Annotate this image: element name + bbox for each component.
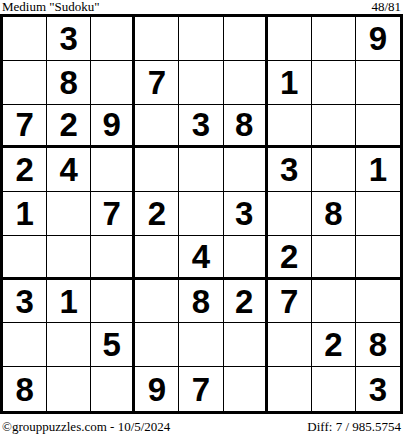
- cell-r6c9[interactable]: [356, 236, 400, 280]
- cell-r6c5: 4: [179, 236, 223, 280]
- cell-r3c3: 9: [91, 105, 135, 149]
- cell-r1c8[interactable]: [312, 17, 356, 61]
- cell-r9c9: 3: [356, 367, 400, 411]
- cell-r4c9: 1: [356, 148, 400, 192]
- cell-r3c7[interactable]: [268, 105, 312, 149]
- difficulty-value: Diff: 7 / 985.5754: [307, 420, 401, 434]
- cell-r8c1[interactable]: [3, 323, 47, 367]
- cell-counter: 48/81: [371, 0, 401, 13]
- cell-r2c4: 7: [135, 61, 179, 105]
- cell-r8c4[interactable]: [135, 323, 179, 367]
- cell-r8c9: 8: [356, 323, 400, 367]
- cell-r4c5[interactable]: [179, 148, 223, 192]
- cell-r1c7[interactable]: [268, 17, 312, 61]
- sudoku-board: 398717293824311723842318275288973: [0, 14, 403, 414]
- cell-r1c1[interactable]: [3, 17, 47, 61]
- cell-r8c8: 2: [312, 323, 356, 367]
- cell-r4c3[interactable]: [91, 148, 135, 192]
- sudoku-page: Medium "Sudoku" 48/81 398717293824311723…: [0, 0, 403, 437]
- cell-r5c2[interactable]: [47, 192, 91, 236]
- cell-r1c6[interactable]: [224, 17, 268, 61]
- cell-r5c9[interactable]: [356, 192, 400, 236]
- cell-r6c6[interactable]: [224, 236, 268, 280]
- cell-r4c7: 3: [268, 148, 312, 192]
- cell-r3c8[interactable]: [312, 105, 356, 149]
- cell-r2c5[interactable]: [179, 61, 223, 105]
- cell-r1c2: 3: [47, 17, 91, 61]
- cell-r5c1: 1: [3, 192, 47, 236]
- cell-r7c4[interactable]: [135, 280, 179, 324]
- cell-r5c5[interactable]: [179, 192, 223, 236]
- cell-r9c2[interactable]: [47, 367, 91, 411]
- cell-r9c6[interactable]: [224, 367, 268, 411]
- cell-r8c2[interactable]: [47, 323, 91, 367]
- cell-r2c6[interactable]: [224, 61, 268, 105]
- cell-r9c7[interactable]: [268, 367, 312, 411]
- cell-r5c3: 7: [91, 192, 135, 236]
- cell-r1c9: 9: [356, 17, 400, 61]
- cell-r2c8[interactable]: [312, 61, 356, 105]
- cell-r6c2[interactable]: [47, 236, 91, 280]
- cell-r7c6: 2: [224, 280, 268, 324]
- cell-r5c7[interactable]: [268, 192, 312, 236]
- cell-r2c1[interactable]: [3, 61, 47, 105]
- cell-r4c8[interactable]: [312, 148, 356, 192]
- cell-r8c7[interactable]: [268, 323, 312, 367]
- cell-r5c8: 8: [312, 192, 356, 236]
- cell-r5c6: 3: [224, 192, 268, 236]
- cell-r6c8[interactable]: [312, 236, 356, 280]
- cell-r7c3[interactable]: [91, 280, 135, 324]
- cell-r7c2: 1: [47, 280, 91, 324]
- header: Medium "Sudoku" 48/81: [0, 0, 403, 14]
- cell-r4c2: 4: [47, 148, 91, 192]
- cell-r2c9[interactable]: [356, 61, 400, 105]
- cell-r3c2: 2: [47, 105, 91, 149]
- cell-r9c1: 8: [3, 367, 47, 411]
- cell-r4c1: 2: [3, 148, 47, 192]
- cell-r6c3[interactable]: [91, 236, 135, 280]
- cell-r7c9[interactable]: [356, 280, 400, 324]
- cell-r7c7: 7: [268, 280, 312, 324]
- cell-r6c1[interactable]: [3, 236, 47, 280]
- cell-r4c6[interactable]: [224, 148, 268, 192]
- cell-r1c4[interactable]: [135, 17, 179, 61]
- cell-r1c3[interactable]: [91, 17, 135, 61]
- cell-r3c6: 8: [224, 105, 268, 149]
- cell-r9c5: 7: [179, 367, 223, 411]
- cell-r7c8[interactable]: [312, 280, 356, 324]
- cell-r4c4[interactable]: [135, 148, 179, 192]
- cell-r8c6[interactable]: [224, 323, 268, 367]
- cell-r7c5: 8: [179, 280, 223, 324]
- cell-r6c4[interactable]: [135, 236, 179, 280]
- cell-r9c4: 9: [135, 367, 179, 411]
- copyright-date: ©grouppuzzles.com - 10/5/2024: [2, 420, 170, 434]
- cell-r5c4: 2: [135, 192, 179, 236]
- cell-r2c2: 8: [47, 61, 91, 105]
- cell-r8c5[interactable]: [179, 323, 223, 367]
- cell-r1c5[interactable]: [179, 17, 223, 61]
- cell-r2c7: 1: [268, 61, 312, 105]
- cell-r8c3: 5: [91, 323, 135, 367]
- cell-r9c8[interactable]: [312, 367, 356, 411]
- cell-r9c3[interactable]: [91, 367, 135, 411]
- cell-r2c3[interactable]: [91, 61, 135, 105]
- footer: ©grouppuzzles.com - 10/5/2024 Diff: 7 / …: [0, 420, 403, 434]
- cell-r3c9[interactable]: [356, 105, 400, 149]
- cell-r6c7: 2: [268, 236, 312, 280]
- cell-r3c5: 3: [179, 105, 223, 149]
- puzzle-title: Medium "Sudoku": [2, 0, 100, 13]
- cell-r3c1: 7: [3, 105, 47, 149]
- cell-r3c4[interactable]: [135, 105, 179, 149]
- cell-r7c1: 3: [3, 280, 47, 324]
